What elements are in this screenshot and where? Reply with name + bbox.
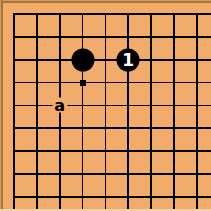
intersection [163, 140, 186, 163]
intersection [163, 117, 186, 140]
intersection [25, 3, 48, 26]
grid-vline [196, 94, 198, 117]
grid-vline [196, 13, 198, 25]
grid-vline [13, 117, 15, 140]
intersection [117, 3, 140, 26]
intersection: 1 [117, 48, 140, 71]
grid-vline [13, 25, 15, 48]
intersection [71, 3, 94, 26]
grid-vline [13, 140, 15, 163]
grid-vline [59, 117, 61, 140]
grid-vline [150, 25, 152, 48]
board-edge-top [0, 0, 211, 3]
grid-vline [173, 13, 175, 25]
grid-hline [208, 150, 211, 152]
grid-vline [105, 13, 107, 25]
intersection [71, 163, 94, 186]
image-bottom-highlight [0, 209, 211, 211]
grid-vline [173, 71, 175, 94]
intersection [25, 48, 48, 71]
grid-vline [150, 163, 152, 186]
intersection [163, 71, 186, 94]
intersection [140, 185, 163, 208]
grid-vline [36, 94, 38, 117]
intersection [117, 185, 140, 208]
intersection [3, 117, 26, 140]
grid-vline [59, 71, 61, 94]
grid-vline [150, 94, 152, 117]
grid-vline [196, 163, 198, 186]
grid-vline [82, 117, 84, 140]
grid-vline [13, 13, 15, 25]
grid-vline [127, 185, 129, 208]
intersection [3, 163, 26, 186]
intersection [71, 117, 94, 140]
grid-vline [105, 117, 107, 140]
grid-vline [150, 185, 152, 208]
grid-vline [127, 94, 129, 117]
grid-vline [150, 71, 152, 94]
intersection [208, 94, 211, 117]
grid-vline [127, 117, 129, 140]
intersection [208, 185, 211, 208]
intersection [185, 48, 208, 71]
grid-vline [173, 140, 175, 163]
intersection [94, 3, 117, 26]
grid-vline [36, 48, 38, 71]
intersection [94, 71, 117, 94]
grid-hline [208, 36, 211, 38]
intersection [71, 140, 94, 163]
grid-vline [82, 25, 84, 48]
grid-hline [208, 59, 211, 61]
go-board-grid: 1a [3, 3, 211, 211]
grid-vline [36, 13, 38, 25]
grid-vline [173, 163, 175, 186]
intersection [185, 140, 208, 163]
intersection [25, 185, 48, 208]
intersection [94, 140, 117, 163]
grid-vline [13, 48, 15, 71]
grid-vline [36, 185, 38, 208]
intersection [25, 94, 48, 117]
intersection [71, 48, 94, 71]
grid-vline [127, 13, 129, 25]
intersection [117, 140, 140, 163]
intersection [3, 185, 26, 208]
grid-hline [208, 127, 211, 129]
grid-vline [196, 25, 198, 48]
grid-vline [150, 48, 152, 71]
grid-vline [59, 140, 61, 163]
grid-vline [105, 140, 107, 163]
grid-vline [105, 185, 107, 208]
grid-vline [59, 25, 61, 48]
intersection [208, 71, 211, 94]
intersection [3, 94, 26, 117]
grid-vline [196, 185, 198, 208]
intersection [94, 94, 117, 117]
intersection [71, 185, 94, 208]
grid-vline [13, 185, 15, 208]
intersection [94, 25, 117, 48]
grid-vline [36, 163, 38, 186]
intersection [140, 140, 163, 163]
intersection [185, 185, 208, 208]
grid-vline [150, 13, 152, 25]
grid-vline [127, 140, 129, 163]
point-label-text: a [54, 97, 65, 113]
point-label: a [52, 98, 67, 113]
grid-hline [208, 13, 211, 15]
grid-vline [82, 94, 84, 117]
grid-vline [105, 71, 107, 94]
grid-vline [82, 13, 84, 25]
grid-vline [59, 185, 61, 208]
grid-vline [59, 48, 61, 71]
grid-vline [196, 71, 198, 94]
intersection [140, 3, 163, 26]
grid-vline [105, 94, 107, 117]
intersection [140, 163, 163, 186]
intersection [208, 117, 211, 140]
intersection [94, 117, 117, 140]
intersection [140, 71, 163, 94]
intersection [3, 25, 26, 48]
intersection [117, 117, 140, 140]
intersection [117, 163, 140, 186]
intersection [48, 71, 71, 94]
intersection [185, 25, 208, 48]
grid-vline [13, 163, 15, 186]
intersection [140, 117, 163, 140]
grid-vline [173, 25, 175, 48]
intersection [3, 48, 26, 71]
grid-vline [59, 13, 61, 25]
grid-vline [36, 117, 38, 140]
grid-vline [127, 71, 129, 94]
grid-vline [82, 140, 84, 163]
intersection [3, 3, 26, 26]
intersection [25, 117, 48, 140]
intersection [48, 185, 71, 208]
intersection [94, 48, 117, 71]
intersection [208, 25, 211, 48]
intersection [25, 71, 48, 94]
intersection [48, 117, 71, 140]
grid-vline [173, 48, 175, 71]
grid-hline [208, 173, 211, 175]
intersection: a [48, 94, 71, 117]
intersection [163, 3, 186, 26]
grid-vline [105, 25, 107, 48]
intersection [25, 163, 48, 186]
board-edge-left [0, 0, 3, 211]
grid-vline [13, 94, 15, 117]
intersection [25, 25, 48, 48]
grid-vline [196, 140, 198, 163]
intersection [163, 94, 186, 117]
grid-vline [173, 117, 175, 140]
intersection [94, 185, 117, 208]
intersection [48, 140, 71, 163]
intersection [163, 163, 186, 186]
grid-vline [59, 163, 61, 186]
intersection [48, 48, 71, 71]
intersection [140, 25, 163, 48]
grid-vline [105, 163, 107, 186]
intersection [71, 71, 94, 94]
numbered-black-stone: 1 [117, 48, 140, 71]
intersection [208, 3, 211, 26]
grid-vline [127, 25, 129, 48]
grid-vline [127, 163, 129, 186]
grid-vline [173, 185, 175, 208]
black-stone [71, 48, 94, 71]
intersection [48, 25, 71, 48]
grid-vline [150, 117, 152, 140]
intersection [3, 71, 26, 94]
stone-number-label: 1 [122, 51, 134, 68]
grid-hline [208, 82, 211, 84]
grid-hline [208, 105, 211, 107]
go-corner-diagram: 1a [0, 0, 211, 211]
intersection [71, 94, 94, 117]
intersection [48, 163, 71, 186]
intersection [117, 94, 140, 117]
grid-vline [36, 140, 38, 163]
intersection [185, 71, 208, 94]
intersection [140, 94, 163, 117]
intersection [208, 48, 211, 71]
intersection [48, 3, 71, 26]
intersection [185, 3, 208, 26]
intersection [185, 94, 208, 117]
grid-vline [196, 117, 198, 140]
grid-hline [208, 196, 211, 198]
grid-vline [82, 163, 84, 186]
intersection [208, 163, 211, 186]
grid-vline [36, 71, 38, 94]
intersection [185, 163, 208, 186]
grid-vline [36, 25, 38, 48]
intersection [163, 48, 186, 71]
intersection [3, 140, 26, 163]
intersection [25, 140, 48, 163]
grid-vline [150, 140, 152, 163]
intersection [117, 71, 140, 94]
intersection [117, 25, 140, 48]
grid-vline [105, 48, 107, 71]
grid-vline [13, 71, 15, 94]
intersection [185, 117, 208, 140]
intersection [163, 185, 186, 208]
intersection [71, 25, 94, 48]
star-point-marker [80, 80, 86, 86]
intersection [208, 140, 211, 163]
intersection [140, 48, 163, 71]
intersection [94, 163, 117, 186]
grid-vline [196, 48, 198, 71]
grid-vline [173, 94, 175, 117]
intersection [163, 25, 186, 48]
grid-vline [82, 185, 84, 208]
